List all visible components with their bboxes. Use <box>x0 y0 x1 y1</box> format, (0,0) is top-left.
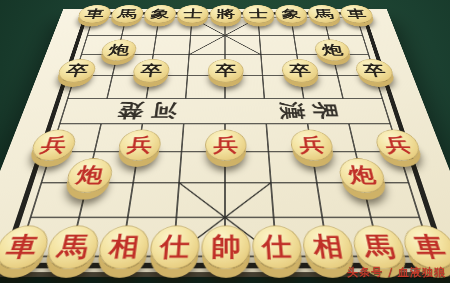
watermark-text: 头条号 / 血液独狼 <box>347 265 446 280</box>
piece-label: 相 <box>311 234 345 260</box>
piece-label: 卒 <box>362 64 388 78</box>
river-label-chu-he: 楚 河 <box>106 98 187 124</box>
piece-label: 卒 <box>139 64 163 78</box>
piece-black-advisor[interactable]: 士 <box>242 5 275 23</box>
river-char: 界 <box>311 101 340 119</box>
piece-black-general[interactable]: 將 <box>210 5 242 23</box>
river-char: 河 <box>150 101 178 119</box>
piece-label: 仕 <box>159 234 190 260</box>
piece-label: 兵 <box>383 136 414 155</box>
board-plane: 楚 河 漢 界 車馬象士將士象馬車炮炮卒卒卒卒卒兵兵兵兵兵炮炮車馬相仕帥仕相馬車 <box>0 9 450 277</box>
piece-label: 馬 <box>361 234 397 260</box>
piece-label: 象 <box>150 8 171 19</box>
piece-label: 將 <box>216 8 235 19</box>
piece-label: 卒 <box>215 64 237 78</box>
piece-label: 卒 <box>288 64 312 78</box>
river-char: 漢 <box>278 101 306 119</box>
piece-label: 車 <box>411 234 449 260</box>
piece-label: 兵 <box>39 136 70 155</box>
piece-label: 象 <box>281 8 302 19</box>
piece-label: 馬 <box>55 234 90 260</box>
river-char: 楚 <box>116 101 145 119</box>
piece-label: 炮 <box>107 44 130 57</box>
piece-label: 兵 <box>126 136 154 155</box>
piece-label: 兵 <box>213 136 238 155</box>
piece-label: 炮 <box>347 165 378 186</box>
piece-black-soldier[interactable]: 卒 <box>207 59 244 82</box>
piece-label: 車 <box>3 234 41 260</box>
piece-label: 帥 <box>211 234 241 260</box>
piece-label: 兵 <box>298 136 326 155</box>
piece-label: 士 <box>183 8 203 19</box>
piece-label: 炮 <box>74 165 105 186</box>
piece-label: 炮 <box>321 44 345 57</box>
piece-label: 車 <box>345 8 367 19</box>
piece-label: 車 <box>84 8 106 19</box>
piece-label: 馬 <box>117 8 138 19</box>
piece-label: 卒 <box>64 64 90 78</box>
piece-label: 仕 <box>261 234 292 260</box>
piece-label: 士 <box>249 8 269 19</box>
river-label-han-jie: 漢 界 <box>269 98 351 124</box>
xiangqi-photo-scene: 楚 河 漢 界 車馬象士將士象馬車炮炮卒卒卒卒卒兵兵兵兵兵炮炮車馬相仕帥仕相馬車… <box>0 0 450 283</box>
piece-label: 馬 <box>313 8 334 19</box>
piece-label: 相 <box>107 234 140 260</box>
